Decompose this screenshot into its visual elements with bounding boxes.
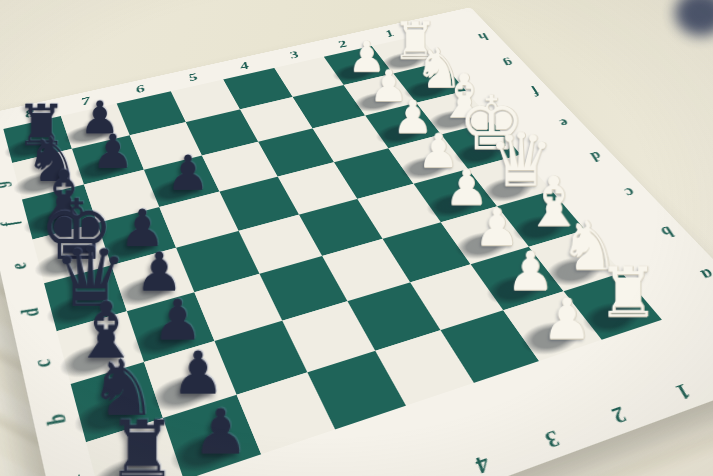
piece-white-pawn-a2[interactable]: ♟ <box>542 291 593 347</box>
piece-black-pawn-g7[interactable]: ♟ <box>92 128 134 175</box>
piece-black-pawn-a7[interactable]: ♟ <box>193 401 249 464</box>
blurred-background-piece <box>675 0 713 36</box>
piece-black-rook-a8[interactable]: ♜ <box>106 411 177 476</box>
piece-black-pawn-b7[interactable]: ♟ <box>172 344 225 403</box>
chessboard: 87654321 87654321 hgfedcba hgfedcba ♜♟♟♜… <box>0 7 713 476</box>
piece-black-pawn-f6[interactable]: ♟ <box>166 149 209 197</box>
photo-canvas: 87654321 87654321 hgfedcba hgfedcba ♜♟♟♜… <box>0 0 713 476</box>
piece-white-rook-a1[interactable]: ♜ <box>597 259 659 328</box>
